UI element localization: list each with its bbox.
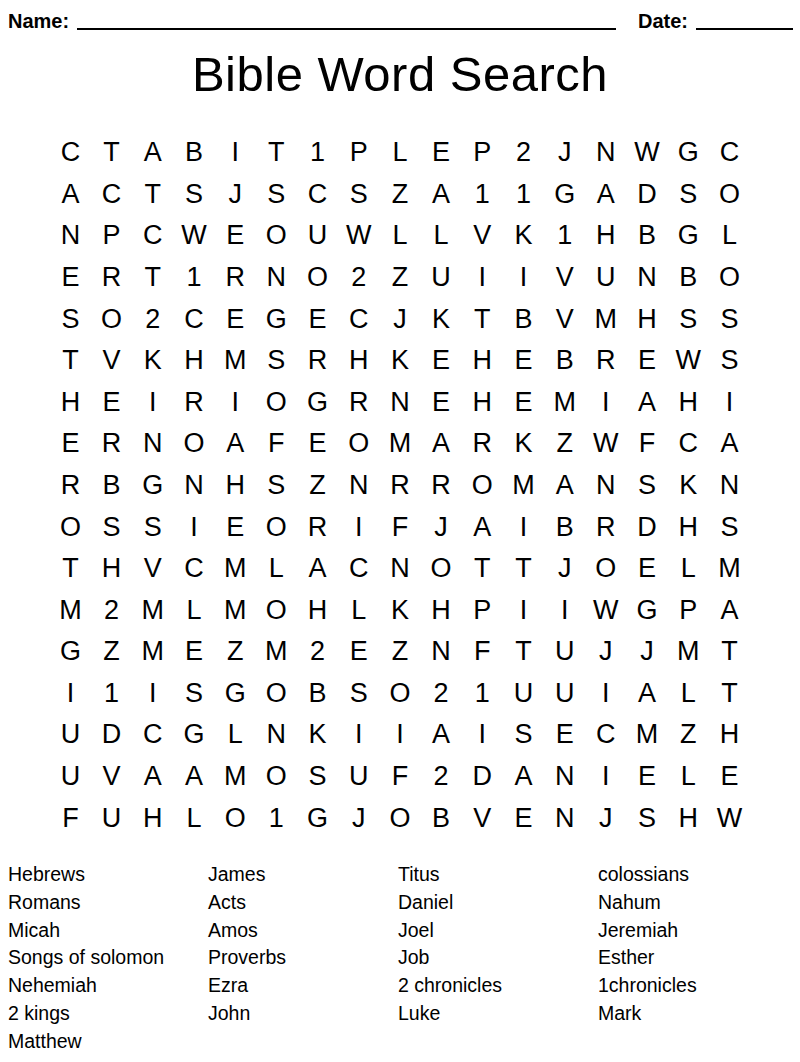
grid-cell: Z	[379, 173, 420, 215]
grid-cell: P	[462, 589, 503, 631]
grid-cell: H	[668, 381, 709, 423]
grid-cell: I	[338, 506, 379, 548]
grid-cell: G	[132, 465, 173, 507]
grid-cell: L	[379, 132, 420, 174]
grid-cell: A	[297, 548, 338, 590]
grid-cell: R	[420, 465, 461, 507]
grid-cell: J	[626, 631, 667, 673]
grid-cell: N	[256, 257, 297, 299]
grid-cell: I	[503, 257, 544, 299]
grid-cell: M	[215, 340, 256, 382]
grid-cell: B	[420, 797, 461, 839]
grid-cell: E	[503, 381, 544, 423]
word-item: Ezra	[208, 972, 286, 1000]
grid-cell: M	[215, 589, 256, 631]
grid-cell: L	[668, 756, 709, 798]
grid-cell: O	[585, 548, 626, 590]
grid-cell: M	[132, 589, 173, 631]
grid-cell: 2	[338, 257, 379, 299]
grid-cell: A	[420, 423, 461, 465]
grid-cell: I	[585, 381, 626, 423]
word-item: Luke	[398, 1000, 502, 1028]
grid-cell: Z	[215, 631, 256, 673]
grid-cell: D	[626, 506, 667, 548]
grid-cell: L	[338, 589, 379, 631]
grid-cell: I	[585, 673, 626, 715]
grid-cell: K	[503, 423, 544, 465]
word-item: Romans	[8, 889, 164, 917]
grid-cell: N	[173, 465, 214, 507]
grid-cell: O	[709, 257, 750, 299]
grid-cell: K	[132, 340, 173, 382]
grid-cell: M	[215, 548, 256, 590]
grid-cell: I	[503, 506, 544, 548]
grid-cell: 1	[91, 673, 132, 715]
word-item: James	[208, 861, 286, 889]
grid-cell: G	[668, 132, 709, 174]
grid-cell: N	[379, 381, 420, 423]
word-search-grid: CTABIT1PLEP2JNWGCACTSJSCSZA11GADSONPCWEO…	[50, 132, 750, 839]
grid-cell: L	[420, 215, 461, 257]
grid-cell: W	[668, 340, 709, 382]
grid-cell: H	[420, 589, 461, 631]
word-item: Mark	[598, 1000, 697, 1028]
word-column: JamesActsAmosProverbsEzraJohn	[208, 861, 286, 1028]
grid-cell: W	[585, 589, 626, 631]
grid-cell: M	[668, 631, 709, 673]
grid-cell: A	[626, 381, 667, 423]
grid-cell: I	[50, 673, 91, 715]
grid-cell: G	[50, 631, 91, 673]
grid-cell: N	[709, 465, 750, 507]
grid-cell: J	[338, 797, 379, 839]
grid-cell: G	[297, 797, 338, 839]
date-label: Date:	[638, 9, 688, 33]
grid-cell: O	[420, 548, 461, 590]
grid-cell: 1	[256, 797, 297, 839]
grid-cell: N	[379, 548, 420, 590]
grid-cell: N	[585, 465, 626, 507]
grid-cell: R	[338, 381, 379, 423]
grid-cell: K	[297, 714, 338, 756]
grid-cell: 2	[420, 673, 461, 715]
grid-cell: D	[626, 173, 667, 215]
grid-cell: F	[379, 756, 420, 798]
grid-cell: L	[668, 673, 709, 715]
grid-cell: L	[668, 548, 709, 590]
grid-cell: J	[544, 132, 585, 174]
grid-cell: R	[91, 423, 132, 465]
grid-cell: 1	[503, 173, 544, 215]
grid-cell: M	[709, 548, 750, 590]
grid-cell: 1	[173, 257, 214, 299]
grid-cell: E	[215, 298, 256, 340]
grid-cell: P	[91, 215, 132, 257]
grid-cell: A	[215, 423, 256, 465]
grid-cell: 2	[503, 132, 544, 174]
grid-cell: 2	[91, 589, 132, 631]
grid-cell: C	[338, 298, 379, 340]
grid-cell: M	[503, 465, 544, 507]
grid-cell: 1	[462, 173, 503, 215]
grid-cell: G	[297, 381, 338, 423]
grid-cell: M	[215, 756, 256, 798]
grid-cell: T	[256, 132, 297, 174]
grid-cell: R	[215, 257, 256, 299]
grid-cell: T	[462, 548, 503, 590]
grid-cell: O	[256, 506, 297, 548]
grid-cell: A	[420, 714, 461, 756]
grid-cell: I	[132, 381, 173, 423]
grid-cell: G	[256, 298, 297, 340]
grid-cell: U	[420, 257, 461, 299]
grid-cell: E	[709, 756, 750, 798]
grid-cell: H	[585, 215, 626, 257]
grid-cell: E	[50, 423, 91, 465]
grid-cell: C	[668, 423, 709, 465]
grid-cell: S	[503, 714, 544, 756]
grid-cell: O	[256, 381, 297, 423]
grid-cell: U	[585, 257, 626, 299]
grid-cell: R	[297, 340, 338, 382]
grid-cell: W	[626, 132, 667, 174]
grid-cell: E	[626, 756, 667, 798]
grid-cell: C	[173, 298, 214, 340]
word-column: colossiansNahumJeremiahEsther1chronicles…	[598, 861, 697, 1028]
grid-cell: B	[173, 132, 214, 174]
grid-cell: S	[338, 673, 379, 715]
grid-cell: O	[338, 423, 379, 465]
grid-cell: H	[173, 340, 214, 382]
word-item: Proverbs	[208, 944, 286, 972]
word-item: Acts	[208, 889, 286, 917]
grid-cell: 1	[297, 132, 338, 174]
grid-cell: B	[544, 340, 585, 382]
grid-cell: N	[50, 215, 91, 257]
grid-cell: R	[585, 340, 626, 382]
grid-cell: J	[544, 548, 585, 590]
grid-cell: S	[626, 465, 667, 507]
grid-cell: T	[709, 673, 750, 715]
grid-cell: O	[379, 797, 420, 839]
grid-cell: S	[91, 506, 132, 548]
word-item: 2 kings	[8, 1000, 164, 1028]
grid-cell: A	[626, 673, 667, 715]
grid-cell: H	[668, 797, 709, 839]
grid-cell: I	[585, 756, 626, 798]
grid-cell: O	[50, 506, 91, 548]
grid-cell: V	[91, 756, 132, 798]
word-item: Daniel	[398, 889, 502, 917]
grid-cell: O	[91, 298, 132, 340]
grid-cell: F	[462, 631, 503, 673]
grid-cell: O	[297, 257, 338, 299]
grid-cell: H	[462, 381, 503, 423]
grid-cell: R	[585, 506, 626, 548]
grid-cell: E	[420, 381, 461, 423]
grid-cell: T	[132, 257, 173, 299]
grid-cell: Z	[379, 631, 420, 673]
grid-cell: F	[379, 506, 420, 548]
grid-cell: J	[420, 506, 461, 548]
grid-cell: E	[297, 298, 338, 340]
grid-cell: T	[462, 298, 503, 340]
word-list: HebrewsRomansMicahSongs of solomonNehemi…	[0, 861, 800, 1061]
grid-cell: R	[173, 381, 214, 423]
grid-cell: T	[50, 340, 91, 382]
grid-cell: 2	[420, 756, 461, 798]
grid-cell: Z	[544, 423, 585, 465]
grid-cell: E	[420, 340, 461, 382]
word-item: colossians	[598, 861, 697, 889]
grid-cell: F	[50, 797, 91, 839]
grid-cell: O	[215, 797, 256, 839]
word-item: 2 chronicles	[398, 972, 502, 1000]
grid-cell: M	[256, 631, 297, 673]
grid-cell: 1	[544, 215, 585, 257]
grid-cell: L	[709, 215, 750, 257]
word-item: Amos	[208, 917, 286, 945]
grid-cell: R	[50, 465, 91, 507]
grid-cell: N	[420, 631, 461, 673]
grid-cell: J	[379, 298, 420, 340]
grid-cell: U	[50, 714, 91, 756]
grid-cell: B	[668, 257, 709, 299]
word-item: Joel	[398, 917, 502, 945]
grid-cell: V	[462, 215, 503, 257]
name-label: Name:	[8, 9, 69, 33]
grid-cell: N	[626, 257, 667, 299]
grid-cell: E	[297, 423, 338, 465]
grid-cell: E	[626, 548, 667, 590]
grid-cell: S	[173, 673, 214, 715]
grid-cell: P	[462, 132, 503, 174]
grid-cell: I	[338, 714, 379, 756]
grid-cell: U	[297, 215, 338, 257]
grid-cell: N	[132, 423, 173, 465]
grid-cell: T	[91, 132, 132, 174]
grid-cell: 2	[132, 298, 173, 340]
grid-cell: A	[709, 423, 750, 465]
grid-cell: E	[91, 381, 132, 423]
word-column: HebrewsRomansMicahSongs of solomonNehemi…	[8, 861, 164, 1056]
grid-cell: G	[215, 673, 256, 715]
grid-cell: H	[626, 298, 667, 340]
grid-cell: R	[379, 465, 420, 507]
grid-cell: S	[256, 173, 297, 215]
grid-cell: S	[256, 340, 297, 382]
grid-cell: J	[585, 797, 626, 839]
grid-cell: W	[338, 215, 379, 257]
grid-cell: A	[173, 756, 214, 798]
grid-cell: H	[709, 714, 750, 756]
grid-cell: J	[585, 631, 626, 673]
grid-cell: V	[91, 340, 132, 382]
grid-cell: I	[215, 132, 256, 174]
grid-cell: U	[50, 756, 91, 798]
grid-cell: M	[50, 589, 91, 631]
grid-cell: S	[256, 465, 297, 507]
grid-cell: 2	[297, 631, 338, 673]
grid-cell: W	[173, 215, 214, 257]
word-item: Jeremiah	[598, 917, 697, 945]
grid-cell: B	[91, 465, 132, 507]
grid-cell: T	[50, 548, 91, 590]
grid-cell: C	[338, 548, 379, 590]
grid-cell: H	[132, 797, 173, 839]
grid-cell: H	[91, 548, 132, 590]
grid-cell: E	[215, 215, 256, 257]
grid-cell: C	[132, 714, 173, 756]
word-item: Nehemiah	[8, 972, 164, 1000]
grid-cell: D	[462, 756, 503, 798]
word-item: Songs of solomon	[8, 944, 164, 972]
grid-cell: S	[709, 340, 750, 382]
grid-cell: C	[91, 173, 132, 215]
grid-cell: R	[462, 423, 503, 465]
grid-cell: E	[626, 340, 667, 382]
grid-cell: R	[297, 506, 338, 548]
grid-cell: C	[50, 132, 91, 174]
grid-cell: I	[503, 589, 544, 631]
grid-cell: I	[215, 381, 256, 423]
grid-cell: M	[585, 298, 626, 340]
grid-cell: T	[503, 548, 544, 590]
grid-cell: N	[338, 465, 379, 507]
grid-cell: W	[585, 423, 626, 465]
grid-cell: T	[132, 173, 173, 215]
grid-cell: L	[379, 215, 420, 257]
grid-cell: C	[132, 215, 173, 257]
grid-cell: K	[420, 298, 461, 340]
grid-cell: O	[709, 173, 750, 215]
grid-cell: O	[256, 215, 297, 257]
word-item: Titus	[398, 861, 502, 889]
grid-cell: Z	[668, 714, 709, 756]
word-item: Hebrews	[8, 861, 164, 889]
grid-cell: N	[585, 132, 626, 174]
grid-cell: B	[503, 298, 544, 340]
grid-cell: O	[379, 673, 420, 715]
grid-cell: S	[709, 298, 750, 340]
word-column: TitusDanielJoelJob2 chroniclesLuke	[398, 861, 502, 1028]
grid-cell: A	[709, 589, 750, 631]
grid-cell: C	[173, 548, 214, 590]
grid-cell: Z	[379, 257, 420, 299]
grid-cell: P	[668, 589, 709, 631]
grid-cell: F	[626, 423, 667, 465]
grid-cell: Z	[91, 631, 132, 673]
grid-cell: D	[91, 714, 132, 756]
grid-cell: A	[132, 132, 173, 174]
grid-cell: E	[215, 506, 256, 548]
grid-cell: L	[215, 714, 256, 756]
grid-cell: A	[420, 173, 461, 215]
grid-cell: A	[50, 173, 91, 215]
word-item: Matthew	[8, 1028, 164, 1056]
grid-cell: A	[503, 756, 544, 798]
grid-cell: C	[709, 132, 750, 174]
grid-cell: E	[503, 797, 544, 839]
grid-cell: T	[503, 631, 544, 673]
grid-cell: W	[709, 797, 750, 839]
grid-cell: O	[256, 589, 297, 631]
word-item: Nahum	[598, 889, 697, 917]
grid-cell: B	[626, 215, 667, 257]
grid-cell: M	[132, 631, 173, 673]
grid-cell: V	[462, 797, 503, 839]
grid-cell: S	[668, 173, 709, 215]
grid-cell: I	[462, 714, 503, 756]
grid-cell: V	[544, 298, 585, 340]
grid-cell: N	[256, 714, 297, 756]
grid-cell: E	[338, 631, 379, 673]
grid-cell: E	[503, 340, 544, 382]
grid-cell: N	[544, 797, 585, 839]
grid-cell: N	[544, 756, 585, 798]
grid-cell: E	[173, 631, 214, 673]
grid-cell: O	[256, 756, 297, 798]
grid-cell: B	[544, 506, 585, 548]
grid-cell: H	[668, 506, 709, 548]
grid-cell: C	[585, 714, 626, 756]
grid-cell: S	[668, 298, 709, 340]
grid-cell: T	[709, 631, 750, 673]
grid-cell: M	[544, 381, 585, 423]
grid-cell: I	[379, 714, 420, 756]
grid-cell: O	[173, 423, 214, 465]
grid-cell: G	[173, 714, 214, 756]
date-input-line[interactable]	[696, 10, 793, 30]
worksheet-page: Name: Date: Bible Word Search CTABIT1PLE…	[0, 0, 800, 1062]
grid-cell: H	[462, 340, 503, 382]
grid-cell: K	[668, 465, 709, 507]
grid-cell: K	[503, 215, 544, 257]
grid-cell: I	[709, 381, 750, 423]
grid-cell: L	[173, 589, 214, 631]
word-item: Micah	[8, 917, 164, 945]
grid-cell: L	[256, 548, 297, 590]
grid-cell: E	[420, 132, 461, 174]
grid-cell: J	[215, 173, 256, 215]
grid-cell: H	[215, 465, 256, 507]
grid-cell: B	[297, 673, 338, 715]
word-item: 1chronicles	[598, 972, 697, 1000]
grid-cell: S	[297, 756, 338, 798]
grid-cell: U	[338, 756, 379, 798]
name-input-line[interactable]	[77, 10, 616, 30]
grid-cell: R	[91, 257, 132, 299]
grid-cell: O	[462, 465, 503, 507]
grid-cell: V	[132, 548, 173, 590]
grid-cell: H	[297, 589, 338, 631]
grid-cell: S	[338, 173, 379, 215]
grid-cell: E	[544, 714, 585, 756]
grid-cell: U	[544, 631, 585, 673]
grid-cell: Z	[297, 465, 338, 507]
grid-cell: C	[297, 173, 338, 215]
grid-cell: F	[256, 423, 297, 465]
grid-cell: H	[50, 381, 91, 423]
grid-cell: E	[50, 257, 91, 299]
word-item: Job	[398, 944, 502, 972]
grid-cell: S	[173, 173, 214, 215]
page-title: Bible Word Search	[0, 47, 800, 102]
word-item: Esther	[598, 944, 697, 972]
grid-cell: P	[338, 132, 379, 174]
grid-cell: I	[173, 506, 214, 548]
grid-cell: U	[91, 797, 132, 839]
